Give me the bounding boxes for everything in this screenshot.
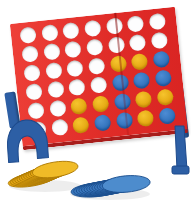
cell-r4-c7[interactable] (152, 68, 176, 89)
cell-r2-c4[interactable] (83, 37, 107, 58)
empty-hole (129, 34, 147, 52)
blue-disc (159, 107, 177, 125)
cell-r4-c6[interactable] (130, 70, 154, 91)
empty-hole (149, 13, 167, 31)
cell-r1-c6[interactable] (124, 14, 148, 35)
cell-r2-c3[interactable] (61, 39, 85, 60)
yellow-disc (70, 97, 88, 115)
empty-hole (19, 27, 37, 45)
empty-hole (41, 25, 59, 43)
empty-hole (62, 22, 80, 40)
empty-hole (66, 60, 84, 78)
cell-r6-c3[interactable] (69, 114, 93, 135)
empty-hole (90, 76, 108, 94)
cell-r5-c6[interactable] (132, 89, 156, 110)
cell-r2-c1[interactable] (18, 44, 42, 65)
yellow-disc (137, 109, 155, 127)
cell-r5-c7[interactable] (154, 86, 178, 107)
connect-four-set (0, 0, 191, 200)
cell-r3-c6[interactable] (128, 51, 152, 72)
empty-hole (25, 83, 43, 101)
cell-r3-c3[interactable] (63, 58, 87, 79)
empty-hole (151, 32, 169, 50)
blue-disc (153, 51, 171, 69)
cell-r1-c4[interactable] (81, 18, 105, 39)
empty-hole (47, 81, 65, 99)
cell-r1-c1[interactable] (16, 25, 40, 46)
empty-hole (68, 78, 86, 96)
cell-r3-c2[interactable] (42, 60, 66, 81)
blue-disc (94, 114, 112, 132)
yellow-disc (135, 90, 153, 108)
cell-r4-c3[interactable] (65, 77, 89, 98)
cell-r2-c2[interactable] (40, 42, 64, 63)
empty-hole (84, 20, 102, 38)
empty-hole (45, 62, 63, 80)
yellow-disc (157, 88, 175, 106)
cell-r4-c4[interactable] (87, 74, 111, 95)
blue-disc (133, 72, 151, 90)
empty-hole (43, 43, 61, 61)
cell-r3-c7[interactable] (150, 49, 174, 70)
cell-r2-c7[interactable] (148, 30, 172, 51)
empty-hole (23, 64, 41, 82)
empty-hole (86, 39, 104, 57)
cell-r3-c4[interactable] (85, 56, 109, 77)
empty-hole (21, 46, 39, 64)
empty-hole (88, 57, 106, 75)
cell-r6-c7[interactable] (156, 105, 180, 126)
cell-r6-c4[interactable] (91, 112, 115, 133)
empty-hole (127, 15, 145, 33)
cell-r4-c1[interactable] (22, 81, 46, 102)
cell-r1-c2[interactable] (38, 23, 62, 44)
empty-hole (64, 41, 82, 59)
yellow-disc (72, 116, 90, 134)
cell-r3-c1[interactable] (20, 63, 44, 84)
cell-r5-c3[interactable] (67, 95, 91, 116)
yellow-disc (131, 53, 149, 71)
blue-disc (155, 69, 173, 87)
cell-r2-c6[interactable] (126, 32, 150, 53)
cell-r6-c6[interactable] (134, 107, 158, 128)
yellow-disc (92, 95, 110, 113)
cell-r4-c2[interactable] (44, 79, 68, 100)
cell-r1-c7[interactable] (146, 11, 170, 32)
cell-r5-c4[interactable] (89, 93, 113, 114)
cell-r1-c3[interactable] (59, 21, 83, 42)
